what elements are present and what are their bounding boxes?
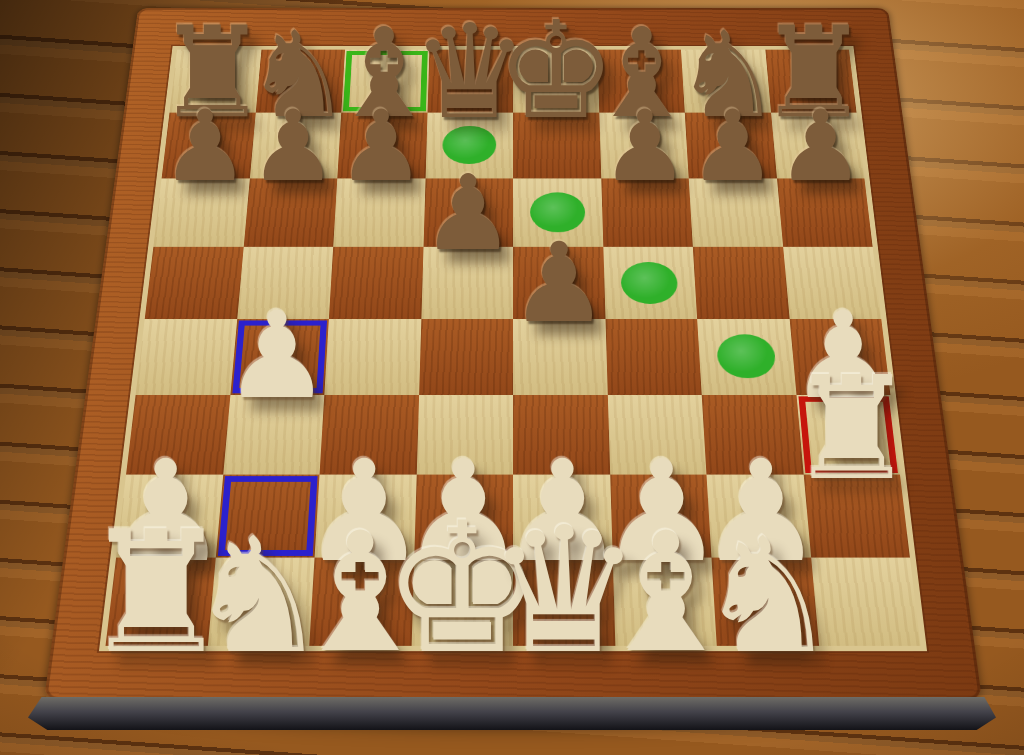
square-a4[interactable] <box>136 319 237 395</box>
square-g3[interactable] <box>702 395 803 474</box>
square-e3[interactable] <box>513 395 610 474</box>
square-b7[interactable] <box>249 112 341 178</box>
square-g5[interactable] <box>693 247 789 319</box>
square-a1[interactable] <box>105 558 215 646</box>
square-h2[interactable] <box>803 474 910 558</box>
square-d2[interactable] <box>414 474 513 558</box>
square-c2[interactable] <box>315 474 417 558</box>
square-b3[interactable] <box>223 395 324 474</box>
board-front-edge <box>28 697 996 730</box>
square-d7[interactable] <box>425 112 513 178</box>
square-b2[interactable] <box>215 474 319 558</box>
square-g6[interactable] <box>689 178 783 247</box>
table-background: ♜♞♝♛♚♝♞♜♟♟♟♟♟♟♟♟♟♟♜♟♟♟♟♟♟♜♞♝♚♛♝♞ <box>0 0 1024 755</box>
square-e7[interactable] <box>513 112 601 178</box>
square-b6[interactable] <box>243 178 337 247</box>
square-g2[interactable] <box>706 474 810 558</box>
square-b4[interactable] <box>230 319 329 395</box>
capture-square-highlight <box>798 396 898 472</box>
square-f2[interactable] <box>610 474 712 558</box>
square-a6[interactable] <box>153 178 249 247</box>
square-h7[interactable] <box>771 112 865 178</box>
square-b1[interactable] <box>207 558 314 646</box>
last-move-from-highlight <box>217 476 317 556</box>
square-c8[interactable] <box>341 50 429 113</box>
square-h6[interactable] <box>777 178 873 247</box>
square-a2[interactable] <box>116 474 223 558</box>
square-b8[interactable] <box>255 50 345 113</box>
square-e4[interactable] <box>513 319 607 395</box>
square-f7[interactable] <box>599 112 689 178</box>
square-e2[interactable] <box>513 474 612 558</box>
square-h5[interactable] <box>783 247 882 319</box>
square-c4[interactable] <box>324 319 421 395</box>
square-a7[interactable] <box>162 112 256 178</box>
square-d8[interactable] <box>427 50 513 113</box>
square-c7[interactable] <box>337 112 427 178</box>
square-c1[interactable] <box>309 558 414 646</box>
square-f4[interactable] <box>605 319 702 395</box>
chess-board <box>44 8 982 700</box>
square-h8[interactable] <box>765 50 857 113</box>
legal-move-dot[interactable] <box>716 335 777 379</box>
square-f8[interactable] <box>597 50 685 113</box>
square-c5[interactable] <box>329 247 423 319</box>
last-move-to-highlight <box>232 320 327 393</box>
square-a3[interactable] <box>126 395 230 474</box>
square-d3[interactable] <box>416 395 513 474</box>
square-g7[interactable] <box>685 112 777 178</box>
square-d4[interactable] <box>419 319 513 395</box>
square-a5[interactable] <box>145 247 244 319</box>
square-f3[interactable] <box>607 395 706 474</box>
selected-square-highlight <box>343 51 427 111</box>
square-f6[interactable] <box>601 178 693 247</box>
square-f5[interactable] <box>603 247 697 319</box>
square-h1[interactable] <box>811 558 921 646</box>
legal-move-dot[interactable] <box>442 126 496 164</box>
square-e1[interactable] <box>513 558 615 646</box>
legal-move-dot[interactable] <box>530 192 586 232</box>
square-d6[interactable] <box>423 178 513 247</box>
square-g8[interactable] <box>681 50 771 113</box>
square-g4[interactable] <box>697 319 796 395</box>
square-a8[interactable] <box>170 50 262 113</box>
legal-move-dot[interactable] <box>621 262 679 304</box>
square-d1[interactable] <box>411 558 513 646</box>
square-g1[interactable] <box>711 558 818 646</box>
square-h3[interactable] <box>796 395 900 474</box>
square-h4[interactable] <box>789 319 890 395</box>
square-c6[interactable] <box>333 178 425 247</box>
square-e6[interactable] <box>513 178 603 247</box>
square-f1[interactable] <box>612 558 717 646</box>
square-c3[interactable] <box>320 395 419 474</box>
board-grid <box>105 50 920 646</box>
square-e5[interactable] <box>513 247 605 319</box>
square-e8[interactable] <box>513 50 599 113</box>
square-b5[interactable] <box>237 247 333 319</box>
square-d5[interactable] <box>421 247 513 319</box>
